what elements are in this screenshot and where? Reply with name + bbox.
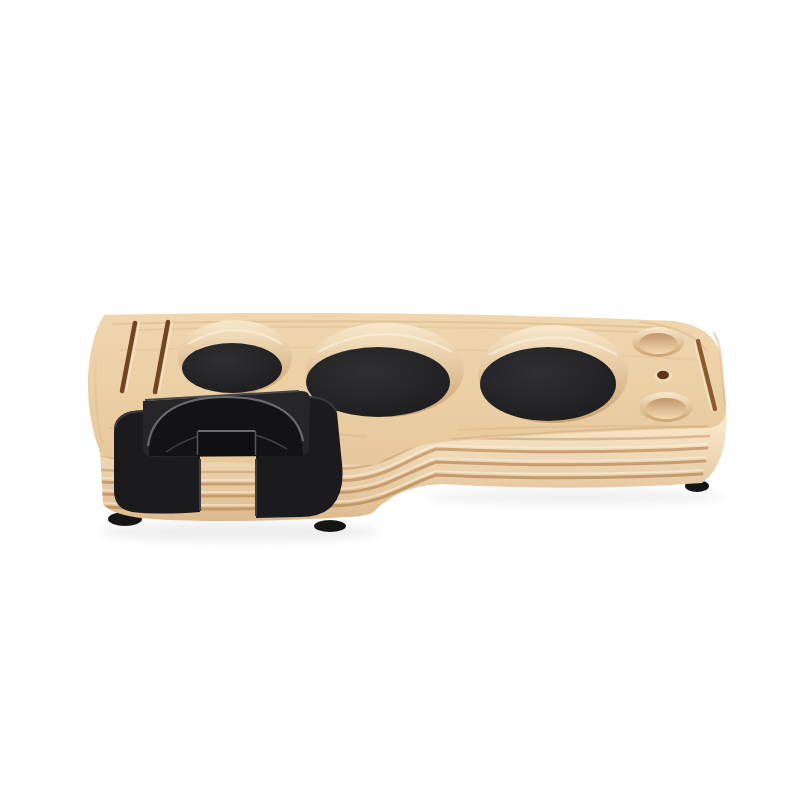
shadow-under-right-wing — [425, 489, 725, 505]
accessory-hole-top-bore — [639, 333, 677, 354]
product-photo-canvas — [0, 0, 800, 800]
spout-notch — [197, 430, 256, 456]
foot-center — [314, 520, 346, 532]
pin-hole — [654, 370, 672, 383]
recess-left-black-liner — [182, 343, 282, 393]
recess-left — [178, 320, 292, 394]
recess-right-black-liner — [480, 347, 616, 421]
accessory-hole-bottom-bore — [646, 398, 686, 419]
recess-right — [478, 325, 628, 423]
tamper-station-illustration — [0, 0, 800, 800]
accessory-hole-bottom — [639, 392, 693, 422]
accessory-hole-top — [632, 327, 684, 357]
pin-hole-bore — [657, 371, 669, 379]
